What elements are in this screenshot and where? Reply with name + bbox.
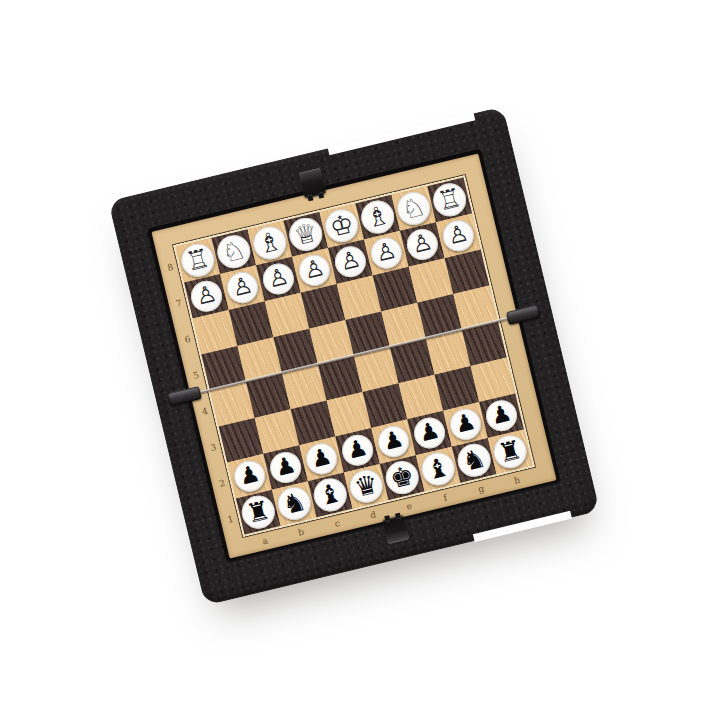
piece-white-king: ♔ xyxy=(322,206,362,246)
piece-glyph: ♟ xyxy=(381,427,406,454)
piece-glyph: ♜ xyxy=(496,435,525,466)
piece-white-rook: ♖ xyxy=(178,240,218,280)
piece-white-knight: ♘ xyxy=(394,189,434,229)
piece-black-pawn: ♟ xyxy=(231,457,268,494)
clasp-top xyxy=(299,168,326,198)
piece-white-knight: ♘ xyxy=(214,232,254,272)
piece-white-pawn: ♙ xyxy=(368,234,405,271)
piece-white-pawn: ♙ xyxy=(404,226,441,263)
piece-glyph: ♛ xyxy=(352,470,381,501)
piece-white-pawn: ♙ xyxy=(440,217,477,254)
piece-glyph: ♘ xyxy=(219,235,248,266)
piece-black-rook: ♜ xyxy=(238,492,278,532)
piece-black-pawn: ♟ xyxy=(483,397,520,434)
piece-white-pawn: ♙ xyxy=(224,269,261,306)
piece-glyph: ♙ xyxy=(373,239,398,266)
piece-white-queen: ♕ xyxy=(286,215,326,255)
chess-board: 87654321 abcdefgh ♖♘♗♕♔♗♘♖♙♙♙♙♙♙♙♙♟♟♟♟♟♟… xyxy=(151,153,556,558)
piece-glyph: ♙ xyxy=(337,247,362,274)
piece-black-bishop: ♝ xyxy=(418,449,458,489)
chess-case: 87654321 abcdefgh ♖♘♗♕♔♗♘♖♙♙♙♙♙♙♙♙♟♟♟♟♟♟… xyxy=(108,106,600,605)
piece-black-rook: ♜ xyxy=(490,432,530,472)
piece-black-pawn: ♟ xyxy=(339,432,376,469)
piece-glyph: ♔ xyxy=(327,209,356,240)
piece-black-queen: ♛ xyxy=(346,466,386,506)
piece-glyph: ♙ xyxy=(265,264,290,291)
piece-glyph: ♙ xyxy=(301,256,326,283)
piece-white-pawn: ♙ xyxy=(296,252,333,289)
piece-black-pawn: ♟ xyxy=(267,449,304,486)
piece-glyph: ♗ xyxy=(363,201,392,232)
piece-black-bishop: ♝ xyxy=(310,475,350,515)
piece-glyph: ♟ xyxy=(345,436,370,463)
board-well: 87654321 abcdefgh ♖♘♗♕♔♗♘♖♙♙♙♙♙♙♙♙♟♟♟♟♟♟… xyxy=(147,149,562,564)
piece-glyph: ♟ xyxy=(453,410,478,437)
piece-glyph: ♟ xyxy=(417,418,442,445)
piece-glyph: ♟ xyxy=(309,444,334,471)
piece-glyph: ♚ xyxy=(388,461,417,492)
piece-glyph: ♙ xyxy=(409,230,434,257)
piece-glyph: ♕ xyxy=(291,218,320,249)
piece-black-pawn: ♟ xyxy=(447,406,484,443)
piece-glyph: ♙ xyxy=(445,221,470,248)
piece-glyph: ♖ xyxy=(183,244,212,275)
piece-glyph: ♜ xyxy=(244,496,273,527)
piece-black-pawn: ♟ xyxy=(375,423,412,460)
piece-white-pawn: ♙ xyxy=(188,278,225,315)
piece-glyph: ♟ xyxy=(489,401,514,428)
piece-white-bishop: ♗ xyxy=(250,223,290,263)
piece-glyph: ♟ xyxy=(237,462,262,489)
piece-white-pawn: ♙ xyxy=(332,243,369,280)
piece-glyph: ♖ xyxy=(435,184,464,215)
piece-white-rook: ♖ xyxy=(430,180,470,220)
piece-glyph: ♗ xyxy=(255,227,284,258)
product-photo: 87654321 abcdefgh ♖♘♗♕♔♗♘♖♙♙♙♙♙♙♙♙♟♟♟♟♟♟… xyxy=(0,0,720,720)
piece-black-pawn: ♟ xyxy=(411,414,448,451)
piece-glyph: ♝ xyxy=(316,479,345,510)
piece-glyph: ♞ xyxy=(460,444,489,475)
square-h1: ♜ xyxy=(488,429,533,474)
piece-glyph: ♞ xyxy=(280,487,309,518)
piece-black-knight: ♞ xyxy=(274,484,314,524)
piece-black-knight: ♞ xyxy=(454,440,494,480)
piece-glyph: ♘ xyxy=(399,192,428,223)
piece-white-pawn: ♙ xyxy=(260,260,297,297)
piece-black-king: ♚ xyxy=(382,458,422,498)
piece-glyph: ♙ xyxy=(194,282,219,309)
case-bottom-notch xyxy=(473,511,572,542)
piece-white-bishop: ♗ xyxy=(358,197,398,237)
piece-black-pawn: ♟ xyxy=(303,440,340,477)
piece-glyph: ♙ xyxy=(230,273,255,300)
piece-glyph: ♝ xyxy=(424,453,453,484)
case-top-notch xyxy=(328,112,476,155)
piece-glyph: ♟ xyxy=(273,453,298,480)
